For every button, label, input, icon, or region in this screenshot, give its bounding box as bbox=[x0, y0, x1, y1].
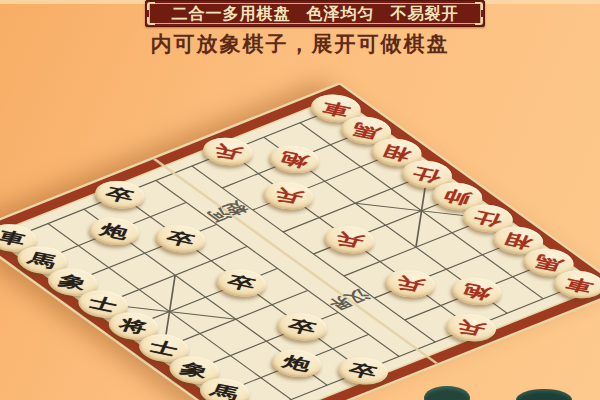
piece-box-edge bbox=[424, 386, 470, 400]
xiangqi-board: 楚河 汉界 車馬相仕帅仕相馬車炮炮兵兵兵兵兵卒卒卒卒卒炮炮車馬象士将士象馬車 bbox=[0, 82, 600, 400]
product-photo: 二合一多用棋盘 色泽均匀 不易裂开 内可放象棋子，展开可做棋盘 bbox=[0, 0, 600, 400]
piece-red-soldier[interactable]: 兵 bbox=[375, 264, 445, 302]
piece-glyph: 兵 bbox=[333, 230, 366, 250]
piece-red-soldier[interactable]: 兵 bbox=[254, 176, 324, 214]
piece-glyph: 兵 bbox=[272, 186, 305, 206]
piece-glyph: 炮 bbox=[280, 353, 313, 373]
piece-glyph: 相 bbox=[380, 143, 413, 163]
piece-black-cannon[interactable]: 炮 bbox=[262, 344, 332, 382]
piece-glyph: 卒 bbox=[225, 273, 258, 293]
banner-ornament-left bbox=[147, 2, 156, 25]
piece-glyph: 炮 bbox=[98, 221, 131, 241]
piece-glyph: 兵 bbox=[394, 274, 427, 294]
piece-glyph: 卒 bbox=[286, 317, 319, 337]
piece-glyph: 馬 bbox=[26, 250, 59, 270]
piece-layer: 車馬相仕帅仕相馬車炮炮兵兵兵兵兵卒卒卒卒卒炮炮車馬象士将士象馬車 bbox=[0, 85, 600, 400]
piece-red-soldier[interactable]: 兵 bbox=[315, 220, 385, 258]
piece-glyph: 馬 bbox=[208, 382, 241, 400]
piece-glyph: 兵 bbox=[455, 318, 488, 338]
banner-phrase-1: 二合一多用棋盘 bbox=[172, 1, 291, 26]
piece-box-edge bbox=[516, 389, 572, 400]
banner-phrase-3: 不易裂开 bbox=[391, 1, 459, 26]
piece-glyph: 車 bbox=[563, 275, 596, 295]
piece-red-cannon[interactable]: 炮 bbox=[259, 140, 329, 178]
piece-glyph: 炮 bbox=[460, 281, 493, 301]
piece-red-soldier[interactable]: 兵 bbox=[193, 132, 263, 170]
piece-glyph: 帅 bbox=[441, 187, 474, 207]
piece-glyph: 仕 bbox=[411, 165, 444, 185]
piece-glyph: 馬 bbox=[350, 121, 383, 141]
piece-black-soldier[interactable]: 卒 bbox=[146, 220, 216, 258]
banner: 二合一多用棋盘 色泽均匀 不易裂开 bbox=[145, 0, 485, 27]
piece-black-soldier[interactable]: 卒 bbox=[207, 264, 277, 302]
piece-glyph: 卒 bbox=[347, 361, 380, 381]
piece-glyph: 卒 bbox=[104, 185, 137, 205]
piece-glyph: 車 bbox=[0, 228, 28, 248]
banner-phrase-2: 色泽均匀 bbox=[307, 1, 375, 26]
piece-black-cannon[interactable]: 炮 bbox=[79, 212, 149, 250]
piece-glyph: 仕 bbox=[472, 209, 505, 229]
subtitle-text: 内可放象棋子，展开可做棋盘 bbox=[0, 30, 600, 58]
piece-red-cannon[interactable]: 炮 bbox=[442, 272, 512, 310]
banner-ornament-right bbox=[474, 2, 483, 25]
piece-black-soldier[interactable]: 卒 bbox=[267, 308, 337, 346]
piece-glyph: 相 bbox=[502, 231, 535, 251]
piece-glyph: 車 bbox=[320, 99, 353, 119]
piece-glyph: 象 bbox=[178, 360, 211, 380]
piece-glyph: 炮 bbox=[278, 149, 311, 169]
piece-glyph: 象 bbox=[56, 272, 89, 292]
piece-glyph: 兵 bbox=[212, 142, 245, 162]
piece-glyph: 士 bbox=[87, 294, 120, 314]
piece-glyph: 卒 bbox=[164, 229, 197, 249]
piece-black-soldier[interactable]: 卒 bbox=[85, 176, 155, 214]
piece-red-soldier[interactable]: 兵 bbox=[436, 308, 506, 346]
piece-glyph: 将 bbox=[117, 316, 150, 336]
piece-glyph: 馬 bbox=[532, 253, 565, 273]
piece-black-soldier[interactable]: 卒 bbox=[328, 352, 398, 390]
piece-glyph: 士 bbox=[148, 338, 181, 358]
